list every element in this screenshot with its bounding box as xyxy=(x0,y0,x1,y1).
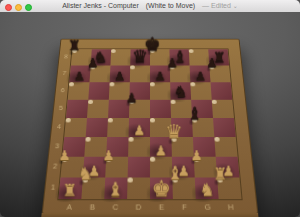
file-label-D: D xyxy=(127,203,150,210)
square-f6[interactable]: ♞ xyxy=(170,82,191,100)
black-pawn-c7[interactable]: ♟ xyxy=(100,70,139,82)
square-h7[interactable]: ♟ xyxy=(209,65,214,69)
square-e2[interactable] xyxy=(150,157,155,162)
square-e4[interactable] xyxy=(150,118,155,122)
turn-status: (White to Move) xyxy=(146,2,195,9)
black-pawn-d5[interactable]: ♟ xyxy=(119,91,144,104)
white-knight-g1[interactable]: ♞ xyxy=(185,182,230,199)
square-a6[interactable] xyxy=(69,82,74,86)
square-d8[interactable]: ♛ xyxy=(130,49,150,65)
square-d7[interactable] xyxy=(130,65,135,69)
file-label-G: G xyxy=(196,203,219,210)
black-pawn-h7[interactable]: ♟ xyxy=(200,57,224,69)
file-label-A: A xyxy=(57,203,81,210)
white-bishop-c1[interactable]: ♝ xyxy=(93,181,138,200)
square-b3[interactable] xyxy=(85,137,90,142)
square-h4[interactable] xyxy=(213,118,236,137)
file-label-C: C xyxy=(104,203,127,210)
square-b5[interactable] xyxy=(88,100,93,104)
white-pawn-g2[interactable]: ♟ xyxy=(184,148,210,162)
square-f7[interactable]: ♟ xyxy=(170,65,175,69)
board-scene: ♜♞♛♚♝♜♟♟♟♟♟♟♟♞♟♟♝♟♛♟♟♟♟♟♟♜♞♝♚♝♞♜ 8765432… xyxy=(0,12,300,217)
file-label-E: E xyxy=(150,203,173,210)
square-e5[interactable] xyxy=(150,100,171,118)
black-bishop-g4[interactable]: ♝ xyxy=(182,105,207,122)
chess-board[interactable]: ♜♞♛♚♝♜♟♟♟♟♟♟♟♞♟♟♝♟♛♟♟♟♟♟♟♜♞♝♚♝♞♜ xyxy=(58,49,241,199)
black-pawn-f7[interactable]: ♟ xyxy=(160,57,184,69)
square-h5[interactable] xyxy=(212,100,217,104)
square-a8[interactable]: ♜ xyxy=(72,49,77,53)
black-pawn-e7[interactable]: ♟ xyxy=(140,70,179,82)
square-a2[interactable]: ♟ xyxy=(62,157,68,162)
white-pawn-d4[interactable]: ♟ xyxy=(118,124,160,137)
window-title: Alister Jenks - Computer (White to Move)… xyxy=(0,0,300,12)
rank-label-8: 8 xyxy=(61,54,71,59)
square-b4[interactable] xyxy=(86,118,108,137)
document-title: Alister Jenks - Computer xyxy=(62,2,139,9)
square-b7[interactable]: ♟ xyxy=(90,65,95,69)
game-view: ♜♞♛♚♝♜♟♟♟♟♟♟♟♞♟♟♝♟♛♟♟♟♟♟♟♜♞♝♚♝♞♜ 8765432… xyxy=(0,12,300,217)
chess-app-window: Alister Jenks - Computer (White to Move)… xyxy=(0,0,300,217)
white-king-e1[interactable]: ♚ xyxy=(139,177,184,199)
square-a4[interactable] xyxy=(66,118,71,122)
square-d3[interactable] xyxy=(128,137,133,142)
file-label-B: B xyxy=(81,203,104,210)
square-f3[interactable]: ♛ xyxy=(171,137,176,142)
rank-label-7: 7 xyxy=(59,70,69,76)
square-c6[interactable] xyxy=(109,82,114,86)
chevron-down-icon[interactable]: ⌄ xyxy=(233,3,238,9)
square-e1[interactable]: ♚ xyxy=(150,178,173,200)
black-pawn-b7[interactable]: ♟ xyxy=(81,57,105,69)
square-g4[interactable]: ♝ xyxy=(192,118,197,122)
black-queen-d8[interactable]: ♛ xyxy=(121,48,160,66)
square-d5[interactable]: ♟ xyxy=(129,100,134,104)
rank-label-5: 5 xyxy=(56,105,66,111)
file-label-F: F xyxy=(173,203,196,210)
square-e6[interactable] xyxy=(150,82,155,86)
square-h3[interactable] xyxy=(214,137,219,142)
white-queen-f3[interactable]: ♛ xyxy=(161,122,187,141)
white-pawn-c2[interactable]: ♟ xyxy=(95,148,121,162)
square-c2[interactable]: ♟ xyxy=(106,157,111,162)
square-c7[interactable]: ♟ xyxy=(110,65,131,82)
black-pawn-g7[interactable]: ♟ xyxy=(181,70,220,82)
rank-label-4: 4 xyxy=(54,123,65,129)
square-g1[interactable]: ♞ xyxy=(195,178,219,200)
rank-label-6: 6 xyxy=(58,87,68,93)
edited-badge[interactable]: — Edited xyxy=(202,2,231,9)
white-rook-a1[interactable]: ♜ xyxy=(48,183,93,199)
black-knight-f6[interactable]: ♞ xyxy=(161,84,201,100)
white-pawn-e3[interactable]: ♟ xyxy=(140,143,183,157)
board-frame: ♜♞♛♚♝♜♟♟♟♟♟♟♟♞♟♟♝♟♛♟♟♟♟♟♟♜♞♝♚♝♞♜ 8765432… xyxy=(42,39,259,214)
square-g2[interactable]: ♟ xyxy=(194,157,199,162)
square-h6[interactable] xyxy=(211,82,233,100)
square-c4[interactable] xyxy=(108,118,113,122)
square-a5[interactable] xyxy=(66,100,88,118)
square-b6[interactable] xyxy=(88,82,109,100)
board-front-edge xyxy=(41,213,260,217)
white-pawn-a2[interactable]: ♟ xyxy=(51,148,77,162)
square-d2[interactable] xyxy=(128,157,150,178)
file-label-H: H xyxy=(219,203,243,210)
square-c1[interactable]: ♝ xyxy=(104,178,127,200)
square-d4[interactable]: ♟ xyxy=(129,118,150,137)
